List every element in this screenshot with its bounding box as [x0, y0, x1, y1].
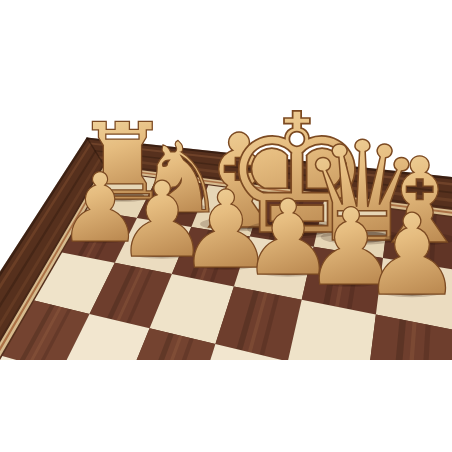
chess-product-photo: ♜♞♝♚♛♝♟♟♟♟♟♟	[0, 0, 452, 452]
board-scene: ♜♞♝♚♛♝♟♟♟♟♟♟	[0, 0, 452, 452]
white-pawn-c2: ♟	[362, 190, 452, 320]
